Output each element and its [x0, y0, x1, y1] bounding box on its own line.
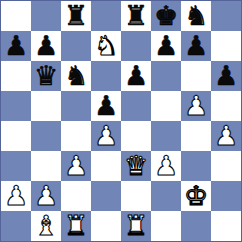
- black-knight: ♞: [64, 61, 88, 91]
- white-pawn: ♟: [34, 181, 58, 211]
- square-h2[interactable]: [211, 181, 241, 211]
- black-rook: ♜: [124, 1, 148, 31]
- square-h1[interactable]: [211, 211, 241, 241]
- square-g4[interactable]: [181, 121, 211, 151]
- square-c5[interactable]: [61, 91, 91, 121]
- square-a2[interactable]: ♟: [1, 181, 31, 211]
- square-g6[interactable]: [181, 61, 211, 91]
- square-a6[interactable]: [1, 61, 31, 91]
- square-e1[interactable]: ♜: [121, 211, 151, 241]
- white-king: ♚: [184, 181, 208, 211]
- square-d2[interactable]: [91, 181, 121, 211]
- square-f8[interactable]: ♚: [151, 1, 181, 31]
- square-c6[interactable]: ♞: [61, 61, 91, 91]
- white-pawn: ♟: [94, 121, 118, 151]
- square-h4[interactable]: ♟: [211, 121, 241, 151]
- square-g2[interactable]: ♚: [181, 181, 211, 211]
- square-e8[interactable]: ♜: [121, 1, 151, 31]
- square-a8[interactable]: [1, 1, 31, 31]
- square-g5[interactable]: ♟: [181, 91, 211, 121]
- square-g7[interactable]: ♟: [181, 31, 211, 61]
- square-c8[interactable]: ♜: [61, 1, 91, 31]
- white-rook: ♜: [64, 211, 88, 241]
- square-g1[interactable]: [181, 211, 211, 241]
- square-e3[interactable]: ♛: [121, 151, 151, 181]
- square-e5[interactable]: [121, 91, 151, 121]
- square-a3[interactable]: [1, 151, 31, 181]
- square-g8[interactable]: ♞: [181, 1, 211, 31]
- square-d8[interactable]: [91, 1, 121, 31]
- square-b7[interactable]: ♟: [31, 31, 61, 61]
- square-c3[interactable]: ♟: [61, 151, 91, 181]
- black-pawn: ♟: [4, 31, 28, 61]
- black-pawn: ♟: [124, 61, 148, 91]
- square-h3[interactable]: [211, 151, 241, 181]
- square-f5[interactable]: [151, 91, 181, 121]
- square-a7[interactable]: ♟: [1, 31, 31, 61]
- square-h5[interactable]: [211, 91, 241, 121]
- square-d5[interactable]: ♟: [91, 91, 121, 121]
- chess-board: ♜♜♚♞♟♟♞♟♟♛♞♟♟♟♟♟♟♟♛♟♟♟♚♝♜♜: [0, 0, 242, 242]
- square-h7[interactable]: [211, 31, 241, 61]
- square-c7[interactable]: [61, 31, 91, 61]
- white-pawn: ♟: [184, 91, 208, 121]
- square-a4[interactable]: [1, 121, 31, 151]
- square-d1[interactable]: [91, 211, 121, 241]
- square-f7[interactable]: ♟: [151, 31, 181, 61]
- square-d3[interactable]: [91, 151, 121, 181]
- square-d4[interactable]: ♟: [91, 121, 121, 151]
- black-rook: ♜: [64, 1, 88, 31]
- square-e6[interactable]: ♟: [121, 61, 151, 91]
- square-b4[interactable]: [31, 121, 61, 151]
- white-pawn: ♟: [4, 181, 28, 211]
- square-b2[interactable]: ♟: [31, 181, 61, 211]
- square-f2[interactable]: [151, 181, 181, 211]
- square-d6[interactable]: [91, 61, 121, 91]
- square-c4[interactable]: [61, 121, 91, 151]
- chess-board-grid: ♜♜♚♞♟♟♞♟♟♛♞♟♟♟♟♟♟♟♛♟♟♟♚♝♜♜: [1, 1, 241, 241]
- black-pawn: ♟: [154, 31, 178, 61]
- white-queen: ♛: [124, 151, 148, 181]
- square-a5[interactable]: [1, 91, 31, 121]
- black-pawn: ♟: [214, 61, 238, 91]
- square-b5[interactable]: [31, 91, 61, 121]
- white-bishop: ♝: [34, 211, 58, 241]
- square-f4[interactable]: [151, 121, 181, 151]
- square-g3[interactable]: [181, 151, 211, 181]
- white-pawn: ♟: [154, 151, 178, 181]
- white-pawn: ♟: [64, 151, 88, 181]
- square-e2[interactable]: [121, 181, 151, 211]
- square-e4[interactable]: [121, 121, 151, 151]
- square-b6[interactable]: ♛: [31, 61, 61, 91]
- square-f1[interactable]: [151, 211, 181, 241]
- square-b8[interactable]: [31, 1, 61, 31]
- black-king: ♚: [154, 1, 178, 31]
- square-d7[interactable]: ♞: [91, 31, 121, 61]
- white-pawn: ♟: [214, 121, 238, 151]
- black-pawn: ♟: [94, 91, 118, 121]
- black-pawn: ♟: [184, 31, 208, 61]
- black-knight: ♞: [184, 1, 208, 31]
- square-c2[interactable]: [61, 181, 91, 211]
- square-b3[interactable]: [31, 151, 61, 181]
- square-e7[interactable]: [121, 31, 151, 61]
- square-h6[interactable]: ♟: [211, 61, 241, 91]
- white-knight: ♞: [94, 31, 118, 61]
- black-queen: ♛: [34, 61, 58, 91]
- white-rook: ♜: [124, 211, 148, 241]
- square-f3[interactable]: ♟: [151, 151, 181, 181]
- square-c1[interactable]: ♜: [61, 211, 91, 241]
- square-h8[interactable]: [211, 1, 241, 31]
- square-a1[interactable]: [1, 211, 31, 241]
- black-pawn: ♟: [34, 31, 58, 61]
- square-f6[interactable]: [151, 61, 181, 91]
- square-b1[interactable]: ♝: [31, 211, 61, 241]
